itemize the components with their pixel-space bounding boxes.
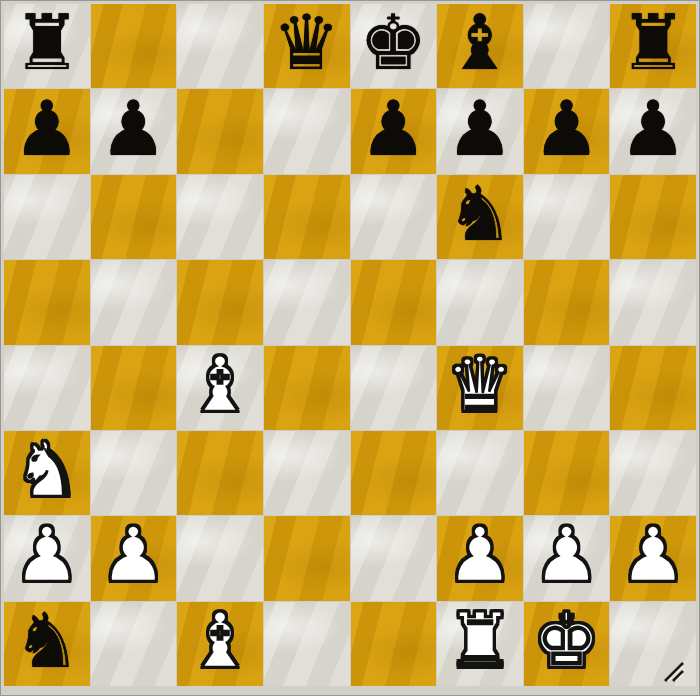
square-c1[interactable]: ♝ [177, 602, 263, 686]
square-f6[interactable]: ♞ [437, 175, 523, 259]
square-f1[interactable]: ♜ [437, 602, 523, 686]
black-knight-piece[interactable]: ♞ [446, 176, 514, 252]
square-f3[interactable] [437, 431, 523, 515]
black-rook-piece[interactable]: ♜ [619, 5, 687, 81]
square-h4[interactable] [610, 346, 696, 430]
square-f4[interactable]: ♛ [437, 346, 523, 430]
square-a5[interactable] [4, 260, 90, 344]
square-f8[interactable]: ♝ [437, 4, 523, 88]
square-e2[interactable] [351, 516, 437, 600]
black-king-piece[interactable]: ♚ [359, 5, 427, 81]
white-bishop-piece[interactable]: ♝ [186, 603, 254, 679]
square-e3[interactable] [351, 431, 437, 515]
white-queen-piece[interactable]: ♛ [446, 347, 514, 423]
square-h6[interactable] [610, 175, 696, 259]
black-rook-piece[interactable]: ♜ [13, 5, 81, 81]
black-pawn-piece[interactable]: ♟ [532, 91, 600, 167]
square-b6[interactable] [91, 175, 177, 259]
square-e6[interactable] [351, 175, 437, 259]
square-a8[interactable]: ♜ [4, 4, 90, 88]
square-f7[interactable]: ♟ [437, 89, 523, 173]
square-d1[interactable] [264, 602, 350, 686]
square-h3[interactable] [610, 431, 696, 515]
square-a6[interactable] [4, 175, 90, 259]
square-a2[interactable]: ♟ [4, 516, 90, 600]
square-d3[interactable] [264, 431, 350, 515]
black-knight-piece[interactable]: ♞ [13, 603, 81, 679]
black-pawn-piece[interactable]: ♟ [619, 91, 687, 167]
square-a3[interactable]: ♞ [4, 431, 90, 515]
square-d2[interactable] [264, 516, 350, 600]
white-pawn-piece[interactable]: ♟ [13, 517, 81, 593]
square-g1[interactable]: ♚ [524, 602, 610, 686]
square-b4[interactable] [91, 346, 177, 430]
white-bishop-piece[interactable]: ♝ [186, 347, 254, 423]
square-e1[interactable] [351, 602, 437, 686]
white-king-piece[interactable]: ♚ [532, 603, 600, 679]
white-rook-piece[interactable]: ♜ [446, 603, 514, 679]
black-pawn-piece[interactable]: ♟ [359, 91, 427, 167]
square-c3[interactable] [177, 431, 263, 515]
square-c8[interactable] [177, 4, 263, 88]
square-d5[interactable] [264, 260, 350, 344]
square-f2[interactable]: ♟ [437, 516, 523, 600]
square-g7[interactable]: ♟ [524, 89, 610, 173]
black-pawn-piece[interactable]: ♟ [99, 91, 167, 167]
square-d7[interactable] [264, 89, 350, 173]
square-g6[interactable] [524, 175, 610, 259]
square-c5[interactable] [177, 260, 263, 344]
square-c4[interactable]: ♝ [177, 346, 263, 430]
square-a1[interactable]: ♞ [4, 602, 90, 686]
square-d4[interactable] [264, 346, 350, 430]
square-b1[interactable] [91, 602, 177, 686]
white-pawn-piece[interactable]: ♟ [446, 517, 514, 593]
square-h2[interactable]: ♟ [610, 516, 696, 600]
white-knight-piece[interactable]: ♞ [13, 432, 81, 508]
square-a7[interactable]: ♟ [4, 89, 90, 173]
square-d8[interactable]: ♛ [264, 4, 350, 88]
square-g3[interactable] [524, 431, 610, 515]
black-queen-piece[interactable]: ♛ [273, 5, 341, 81]
square-b2[interactable]: ♟ [91, 516, 177, 600]
square-f5[interactable] [437, 260, 523, 344]
square-c2[interactable] [177, 516, 263, 600]
white-pawn-piece[interactable]: ♟ [99, 517, 167, 593]
square-h7[interactable]: ♟ [610, 89, 696, 173]
square-e4[interactable] [351, 346, 437, 430]
square-b5[interactable] [91, 260, 177, 344]
black-pawn-piece[interactable]: ♟ [13, 91, 81, 167]
square-g8[interactable] [524, 4, 610, 88]
square-b8[interactable] [91, 4, 177, 88]
square-g4[interactable] [524, 346, 610, 430]
square-h5[interactable] [610, 260, 696, 344]
square-h8[interactable]: ♜ [610, 4, 696, 88]
black-pawn-piece[interactable]: ♟ [446, 91, 514, 167]
square-e8[interactable]: ♚ [351, 4, 437, 88]
square-b7[interactable]: ♟ [91, 89, 177, 173]
black-bishop-piece[interactable]: ♝ [446, 5, 514, 81]
square-c6[interactable] [177, 175, 263, 259]
square-g2[interactable]: ♟ [524, 516, 610, 600]
square-a4[interactable] [4, 346, 90, 430]
square-e7[interactable]: ♟ [351, 89, 437, 173]
square-c7[interactable] [177, 89, 263, 173]
square-e5[interactable] [351, 260, 437, 344]
resize-grip-icon[interactable] [660, 658, 686, 684]
chess-board-window: ♜♛♚♝♜♟♟♟♟♟♟♞♝♛♞♟♟♟♟♟♞♝♜♚ [0, 0, 700, 696]
square-g5[interactable] [524, 260, 610, 344]
white-pawn-piece[interactable]: ♟ [532, 517, 600, 593]
chess-board: ♜♛♚♝♜♟♟♟♟♟♟♞♝♛♞♟♟♟♟♟♞♝♜♚ [4, 4, 696, 686]
white-pawn-piece[interactable]: ♟ [619, 517, 687, 593]
square-d6[interactable] [264, 175, 350, 259]
square-b3[interactable] [91, 431, 177, 515]
